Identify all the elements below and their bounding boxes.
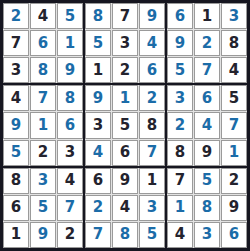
- sudoku-cell-r3c9[interactable]: 4: [221, 57, 247, 83]
- sudoku-cell-r6c3[interactable]: 3: [57, 140, 83, 166]
- sudoku-cell-r5c8[interactable]: 4: [194, 112, 220, 138]
- sudoku-cell-r9c2[interactable]: 9: [30, 222, 56, 248]
- sudoku-cell-r8c8[interactable]: 8: [194, 195, 220, 221]
- sudoku-cell-r3c6[interactable]: 6: [139, 57, 165, 83]
- sudoku-cell-r9c4[interactable]: 7: [85, 222, 111, 248]
- sudoku-cell-r4c5[interactable]: 1: [112, 85, 138, 111]
- sudoku-cell-r3c1[interactable]: 3: [3, 57, 29, 83]
- sudoku-cell-r5c3[interactable]: 6: [57, 112, 83, 138]
- sudoku-cell-r6c1[interactable]: 5: [3, 140, 29, 166]
- sudoku-cell-r7c9[interactable]: 2: [221, 168, 247, 194]
- sudoku-cell-r8c2[interactable]: 5: [30, 195, 56, 221]
- sudoku-cell-r5c7[interactable]: 2: [167, 112, 193, 138]
- sudoku-cell-r9c6[interactable]: 5: [139, 222, 165, 248]
- sudoku-cell-r6c5[interactable]: 6: [112, 140, 138, 166]
- sudoku-cell-r9c1[interactable]: 1: [3, 222, 29, 248]
- sudoku-cell-r2c3[interactable]: 1: [57, 30, 83, 56]
- sudoku-cell-r1c6[interactable]: 9: [139, 3, 165, 29]
- sudoku-box-6: 365247891: [167, 85, 247, 165]
- sudoku-cell-r9c5[interactable]: 8: [112, 222, 138, 248]
- sudoku-cell-r7c7[interactable]: 7: [167, 168, 193, 194]
- sudoku-cell-r6c4[interactable]: 4: [85, 140, 111, 166]
- sudoku-cell-r7c6[interactable]: 1: [139, 168, 165, 194]
- sudoku-cell-r8c7[interactable]: 1: [167, 195, 193, 221]
- sudoku-cell-r5c2[interactable]: 1: [30, 112, 56, 138]
- sudoku-cell-r7c2[interactable]: 3: [30, 168, 56, 194]
- sudoku-cell-r3c7[interactable]: 5: [167, 57, 193, 83]
- sudoku-cell-r2c9[interactable]: 8: [221, 30, 247, 56]
- sudoku-cell-r7c1[interactable]: 8: [3, 168, 29, 194]
- sudoku-cell-r8c1[interactable]: 6: [3, 195, 29, 221]
- sudoku-cell-r6c8[interactable]: 9: [194, 140, 220, 166]
- sudoku-cell-r9c7[interactable]: 4: [167, 222, 193, 248]
- sudoku-box-9: 752189436: [167, 168, 247, 248]
- sudoku-cell-r8c9[interactable]: 9: [221, 195, 247, 221]
- sudoku-cell-r6c7[interactable]: 8: [167, 140, 193, 166]
- sudoku-cell-r3c5[interactable]: 2: [112, 57, 138, 83]
- sudoku-cell-r3c3[interactable]: 9: [57, 57, 83, 83]
- sudoku-board: 2457613898795341266139285744789165239123…: [0, 0, 250, 251]
- sudoku-cell-r3c8[interactable]: 7: [194, 57, 220, 83]
- sudoku-cell-r6c9[interactable]: 1: [221, 140, 247, 166]
- sudoku-cell-r4c9[interactable]: 5: [221, 85, 247, 111]
- sudoku-cell-r7c4[interactable]: 6: [85, 168, 111, 194]
- sudoku-cell-r5c1[interactable]: 9: [3, 112, 29, 138]
- sudoku-cell-r9c8[interactable]: 3: [194, 222, 220, 248]
- sudoku-cell-r2c1[interactable]: 7: [3, 30, 29, 56]
- sudoku-cell-r2c4[interactable]: 5: [85, 30, 111, 56]
- sudoku-cell-r1c4[interactable]: 8: [85, 3, 111, 29]
- sudoku-cell-r1c3[interactable]: 5: [57, 3, 83, 29]
- sudoku-cell-r1c9[interactable]: 3: [221, 3, 247, 29]
- sudoku-cell-r2c2[interactable]: 6: [30, 30, 56, 56]
- sudoku-cell-r4c3[interactable]: 8: [57, 85, 83, 111]
- sudoku-cell-r2c8[interactable]: 2: [194, 30, 220, 56]
- sudoku-cell-r1c7[interactable]: 6: [167, 3, 193, 29]
- sudoku-cell-r4c7[interactable]: 3: [167, 85, 193, 111]
- sudoku-box-8: 691243785: [85, 168, 165, 248]
- sudoku-box-4: 478916523: [3, 85, 83, 165]
- sudoku-cell-r3c2[interactable]: 8: [30, 57, 56, 83]
- sudoku-cell-r8c5[interactable]: 4: [112, 195, 138, 221]
- sudoku-box-7: 834657192: [3, 168, 83, 248]
- sudoku-cell-r5c4[interactable]: 3: [85, 112, 111, 138]
- sudoku-cell-r1c1[interactable]: 2: [3, 3, 29, 29]
- sudoku-cell-r1c5[interactable]: 7: [112, 3, 138, 29]
- sudoku-cell-r4c2[interactable]: 7: [30, 85, 56, 111]
- sudoku-cell-r1c8[interactable]: 1: [194, 3, 220, 29]
- sudoku-cell-r4c4[interactable]: 9: [85, 85, 111, 111]
- sudoku-cell-r7c3[interactable]: 4: [57, 168, 83, 194]
- sudoku-box-1: 245761389: [3, 3, 83, 83]
- sudoku-cell-r3c4[interactable]: 1: [85, 57, 111, 83]
- sudoku-cell-r5c5[interactable]: 5: [112, 112, 138, 138]
- sudoku-box-2: 879534126: [85, 3, 165, 83]
- sudoku-box-5: 912358467: [85, 85, 165, 165]
- sudoku-cell-r8c6[interactable]: 3: [139, 195, 165, 221]
- sudoku-cell-r7c5[interactable]: 9: [112, 168, 138, 194]
- sudoku-cell-r8c4[interactable]: 2: [85, 195, 111, 221]
- sudoku-cell-r8c3[interactable]: 7: [57, 195, 83, 221]
- sudoku-cell-r7c8[interactable]: 5: [194, 168, 220, 194]
- sudoku-box-3: 613928574: [167, 3, 247, 83]
- sudoku-cell-r6c2[interactable]: 2: [30, 140, 56, 166]
- sudoku-cell-r5c9[interactable]: 7: [221, 112, 247, 138]
- sudoku-cell-r1c2[interactable]: 4: [30, 3, 56, 29]
- sudoku-cell-r2c7[interactable]: 9: [167, 30, 193, 56]
- sudoku-cell-r4c8[interactable]: 6: [194, 85, 220, 111]
- sudoku-cell-r2c6[interactable]: 4: [139, 30, 165, 56]
- sudoku-cell-r9c3[interactable]: 2: [57, 222, 83, 248]
- sudoku-cell-r4c1[interactable]: 4: [3, 85, 29, 111]
- sudoku-cell-r4c6[interactable]: 2: [139, 85, 165, 111]
- sudoku-cell-r5c6[interactable]: 8: [139, 112, 165, 138]
- sudoku-cell-r6c6[interactable]: 7: [139, 140, 165, 166]
- sudoku-cell-r2c5[interactable]: 3: [112, 30, 138, 56]
- sudoku-cell-r9c9[interactable]: 6: [221, 222, 247, 248]
